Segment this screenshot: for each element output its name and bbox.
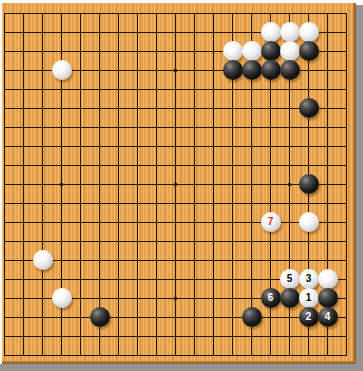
stone-white — [318, 269, 338, 289]
stone-black-move-2: 2 — [299, 307, 319, 327]
move-number-label: 5 — [287, 274, 293, 284]
stone-black — [242, 60, 262, 80]
hoshi-point — [174, 69, 177, 72]
stone-black — [299, 98, 319, 118]
move-number-label: 4 — [325, 312, 331, 322]
move-number-label: 2 — [306, 312, 312, 322]
stone-white — [261, 22, 281, 42]
stone-white — [52, 288, 72, 308]
board-shadow-bottom — [0, 364, 363, 371]
stone-white — [299, 212, 319, 232]
stone-white — [299, 22, 319, 42]
stone-white-move-1: 1 — [299, 288, 319, 308]
board-grid: 7536124 — [0, 4, 356, 365]
hoshi-point — [60, 183, 63, 186]
stone-white — [52, 60, 72, 80]
move-number-label: 3 — [306, 274, 312, 284]
stone-black-move-6: 6 — [261, 288, 281, 308]
stone-white — [242, 41, 262, 61]
stone-white-move-7: 7 — [261, 212, 281, 232]
stone-white — [223, 41, 243, 61]
stone-black — [90, 307, 110, 327]
stone-black-move-4: 4 — [318, 307, 338, 327]
move-number-label: 7 — [268, 217, 274, 227]
stone-black — [299, 41, 319, 61]
hoshi-point — [174, 297, 177, 300]
stone-black — [318, 288, 338, 308]
stone-white-move-3: 3 — [299, 269, 319, 289]
stone-black — [242, 307, 262, 327]
go-board[interactable]: 7536124 — [2, 3, 353, 361]
stone-black — [280, 60, 300, 80]
board-shadow-right — [356, 5, 363, 371]
stone-white — [33, 250, 53, 270]
stone-white-move-5: 5 — [280, 269, 300, 289]
stone-black — [299, 174, 319, 194]
stone-black — [261, 41, 281, 61]
go-diagram-frame: 7536124 — [0, 0, 363, 371]
stone-black — [223, 60, 243, 80]
stone-white — [280, 22, 300, 42]
stone-black — [261, 60, 281, 80]
move-number-label: 6 — [268, 293, 274, 303]
hoshi-point — [174, 183, 177, 186]
move-number-label: 1 — [306, 293, 312, 303]
stone-white — [280, 41, 300, 61]
stone-black — [280, 288, 300, 308]
hoshi-point — [288, 183, 291, 186]
